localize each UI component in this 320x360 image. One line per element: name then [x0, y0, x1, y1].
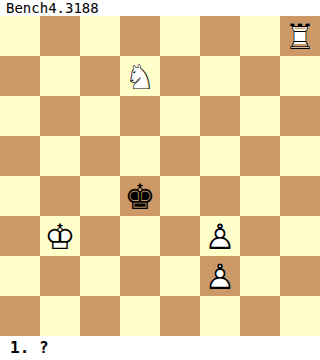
- square-h5[interactable]: [280, 136, 320, 176]
- white-pawn[interactable]: ♟♙: [200, 256, 240, 296]
- square-d6[interactable]: [120, 96, 160, 136]
- square-d2[interactable]: [120, 256, 160, 296]
- square-a5[interactable]: [0, 136, 40, 176]
- square-h3[interactable]: [280, 216, 320, 256]
- square-b6[interactable]: [40, 96, 80, 136]
- square-b2[interactable]: [40, 256, 80, 296]
- square-d1[interactable]: [120, 296, 160, 336]
- square-b5[interactable]: [40, 136, 80, 176]
- square-c4[interactable]: [80, 176, 120, 216]
- square-e1[interactable]: [160, 296, 200, 336]
- square-d3[interactable]: [120, 216, 160, 256]
- square-e3[interactable]: [160, 216, 200, 256]
- square-f4[interactable]: [200, 176, 240, 216]
- square-g3[interactable]: [240, 216, 280, 256]
- square-e5[interactable]: [160, 136, 200, 176]
- square-h4[interactable]: [280, 176, 320, 216]
- square-f8[interactable]: [200, 16, 240, 56]
- square-h1[interactable]: [280, 296, 320, 336]
- square-g1[interactable]: [240, 296, 280, 336]
- chess-diagram-window: Bench4.3188 ♜♖♞♘♚♚♔♟♙♟♙ 1. ?: [0, 0, 320, 360]
- square-c1[interactable]: [80, 296, 120, 336]
- square-f1[interactable]: [200, 296, 240, 336]
- square-a1[interactable]: [0, 296, 40, 336]
- square-f3[interactable]: ♟♙: [200, 216, 240, 256]
- square-f7[interactable]: [200, 56, 240, 96]
- square-f6[interactable]: [200, 96, 240, 136]
- square-b3[interactable]: ♚♔: [40, 216, 80, 256]
- square-e7[interactable]: [160, 56, 200, 96]
- square-d5[interactable]: [120, 136, 160, 176]
- square-c2[interactable]: [80, 256, 120, 296]
- square-e6[interactable]: [160, 96, 200, 136]
- square-d8[interactable]: [120, 16, 160, 56]
- square-g8[interactable]: [240, 16, 280, 56]
- square-a8[interactable]: [0, 16, 40, 56]
- square-g2[interactable]: [240, 256, 280, 296]
- square-g4[interactable]: [240, 176, 280, 216]
- white-pawn-outline: ♙: [200, 256, 240, 296]
- square-d7[interactable]: ♞♘: [120, 56, 160, 96]
- square-c6[interactable]: [80, 96, 120, 136]
- white-rook[interactable]: ♜♖: [280, 16, 320, 56]
- square-g5[interactable]: [240, 136, 280, 176]
- white-pawn-outline: ♙: [200, 216, 240, 256]
- square-b4[interactable]: [40, 176, 80, 216]
- square-g6[interactable]: [240, 96, 280, 136]
- square-g7[interactable]: [240, 56, 280, 96]
- square-a3[interactable]: [0, 216, 40, 256]
- square-d4[interactable]: ♚: [120, 176, 160, 216]
- square-f2[interactable]: ♟♙: [200, 256, 240, 296]
- white-rook-outline: ♖: [280, 16, 320, 56]
- square-e4[interactable]: [160, 176, 200, 216]
- square-h8[interactable]: ♜♖: [280, 16, 320, 56]
- square-a4[interactable]: [0, 176, 40, 216]
- square-a2[interactable]: [0, 256, 40, 296]
- move-prompt: 1. ?: [0, 336, 320, 360]
- square-e2[interactable]: [160, 256, 200, 296]
- square-a7[interactable]: [0, 56, 40, 96]
- diagram-title: Bench4.3188: [0, 0, 320, 16]
- square-h6[interactable]: [280, 96, 320, 136]
- square-c3[interactable]: [80, 216, 120, 256]
- square-c8[interactable]: [80, 16, 120, 56]
- square-b1[interactable]: [40, 296, 80, 336]
- white-king[interactable]: ♚♔: [40, 216, 80, 256]
- square-h2[interactable]: [280, 256, 320, 296]
- square-c7[interactable]: [80, 56, 120, 96]
- white-pawn[interactable]: ♟♙: [200, 216, 240, 256]
- square-e8[interactable]: [160, 16, 200, 56]
- square-b8[interactable]: [40, 16, 80, 56]
- black-king-glyph: ♚: [120, 176, 160, 216]
- square-h7[interactable]: [280, 56, 320, 96]
- chess-board: ♜♖♞♘♚♚♔♟♙♟♙: [0, 16, 320, 336]
- white-knight[interactable]: ♞♘: [120, 56, 160, 96]
- square-a6[interactable]: [0, 96, 40, 136]
- square-b7[interactable]: [40, 56, 80, 96]
- white-king-outline: ♔: [40, 216, 80, 256]
- square-c5[interactable]: [80, 136, 120, 176]
- white-knight-outline: ♘: [120, 56, 160, 96]
- square-f5[interactable]: [200, 136, 240, 176]
- black-king[interactable]: ♚: [120, 176, 160, 216]
